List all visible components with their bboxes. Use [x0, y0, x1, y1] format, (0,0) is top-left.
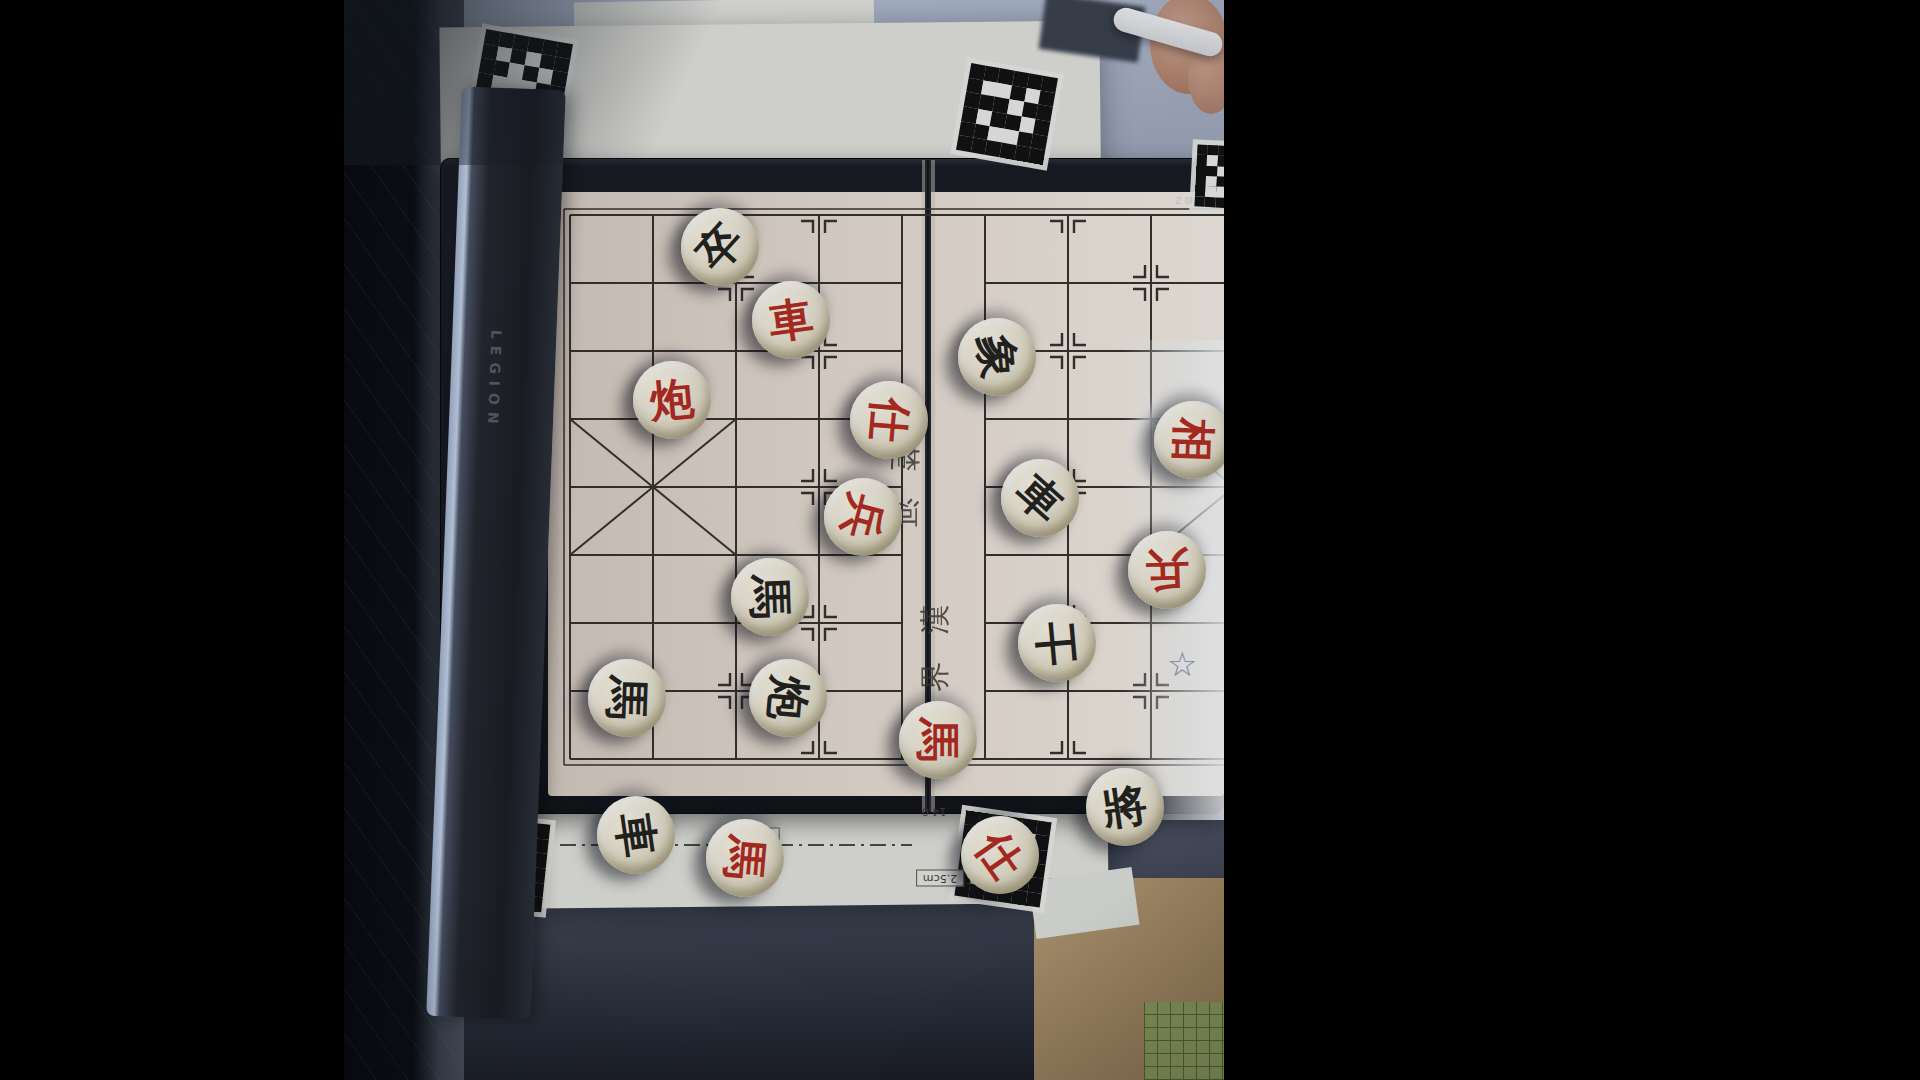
black-bar-left	[0, 0, 344, 1080]
piece-black-chariot-2[interactable]: 車	[597, 796, 675, 874]
fiducial-right-edge-icon	[1194, 144, 1224, 209]
screenshot-stage: ☆ LEGION 楚河漢界卒車象炮仕相車兵兵馬士馬炮馬將車馬仕 16.5cm2.…	[0, 0, 1920, 1080]
piece-character: 馬	[703, 816, 788, 901]
piece-character: 馬	[730, 557, 811, 638]
piece-character: 馬	[899, 701, 977, 779]
legion-logo-label: LEGION	[485, 330, 505, 431]
river-character: 界	[915, 662, 956, 692]
black-bar-right	[1576, 0, 1920, 1080]
piece-character: 車	[747, 276, 835, 364]
piece-character: 將	[1081, 763, 1169, 851]
paper-label: 14.0	[922, 805, 947, 818]
piece-red-pawn-1[interactable]: 兵	[824, 478, 902, 556]
star-doodle-icon: ☆	[1167, 644, 1197, 684]
piece-red-cannon[interactable]: 炮	[633, 361, 711, 439]
piece-red-horse-2[interactable]: 馬	[706, 819, 784, 897]
piece-character: 士	[1015, 601, 1100, 686]
piece-black-cannon[interactable]: 炮	[749, 659, 827, 737]
go-board-corner	[1144, 1002, 1224, 1080]
fiducial-top-right-icon	[956, 63, 1058, 165]
river-character: 漢	[915, 605, 956, 635]
piece-black-soldier-1[interactable]: 卒	[681, 208, 759, 286]
piece-character: 相	[1153, 400, 1224, 481]
piece-character: 象	[955, 315, 1040, 400]
piece-character: 兵	[1127, 530, 1208, 611]
piece-character: 仕	[847, 378, 932, 463]
piece-black-horse-1[interactable]: 馬	[731, 558, 809, 636]
piece-black-advisor[interactable]: 士	[1018, 604, 1096, 682]
paper-label: Z 0l	[1175, 196, 1192, 206]
piece-black-horse-2[interactable]: 馬	[588, 659, 666, 737]
piece-character: 炮	[746, 656, 831, 741]
piece-character: 炮	[630, 358, 715, 443]
piece-red-chariot[interactable]: 車	[752, 281, 830, 359]
piece-black-general[interactable]: 將	[1086, 768, 1164, 846]
piece-black-elephant[interactable]: 象	[958, 318, 1036, 396]
piece-red-advisor-1[interactable]: 仕	[850, 381, 928, 459]
piece-black-chariot-1[interactable]: 車	[1001, 459, 1079, 537]
paper-label: 2.5cm	[916, 870, 964, 887]
piece-red-elephant[interactable]: 相	[1154, 401, 1224, 479]
piece-red-pawn-2[interactable]: 兵	[1128, 531, 1206, 609]
piece-red-advisor-2[interactable]: 仕	[961, 816, 1039, 894]
piece-red-horse-1[interactable]: 馬	[899, 701, 977, 779]
photo-area: ☆ LEGION 楚河漢界卒車象炮仕相車兵兵馬士馬炮馬將車馬仕 16.5cm2.…	[344, 0, 1224, 1080]
piece-character: 車	[592, 791, 680, 879]
piece-character: 馬	[587, 658, 668, 739]
